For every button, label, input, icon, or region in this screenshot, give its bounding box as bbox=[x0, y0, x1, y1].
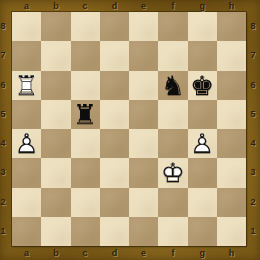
square-a4[interactable]: ♟♙ bbox=[12, 129, 41, 158]
square-e6[interactable] bbox=[129, 71, 158, 100]
file-label-top-g: g bbox=[188, 0, 217, 12]
rank-label-left-5: 5 bbox=[0, 100, 8, 129]
square-a2[interactable] bbox=[12, 188, 41, 217]
rank-label-left-7: 7 bbox=[0, 41, 8, 70]
square-d1[interactable] bbox=[100, 217, 129, 246]
square-b5[interactable] bbox=[41, 100, 70, 129]
square-f2[interactable] bbox=[158, 188, 187, 217]
square-c8[interactable] bbox=[71, 12, 100, 41]
piece-white-pawn[interactable]: ♟♙ bbox=[12, 129, 41, 158]
square-b4[interactable] bbox=[41, 129, 70, 158]
rank-label-right-3: 3 bbox=[246, 158, 260, 187]
square-c1[interactable] bbox=[71, 217, 100, 246]
rank-label-left-2: 2 bbox=[0, 188, 8, 217]
rank-label-right-2: 2 bbox=[246, 188, 260, 217]
file-label-top-a: a bbox=[12, 0, 41, 12]
rank-label-right-4: 4 bbox=[246, 129, 260, 158]
square-b2[interactable] bbox=[41, 188, 70, 217]
square-f5[interactable] bbox=[158, 100, 187, 129]
square-c6[interactable] bbox=[71, 71, 100, 100]
square-e3[interactable] bbox=[129, 158, 158, 187]
rank-label-left-8: 8 bbox=[0, 12, 8, 41]
square-a3[interactable] bbox=[12, 158, 41, 187]
square-g4[interactable]: ♟♙ bbox=[188, 129, 217, 158]
square-h2[interactable] bbox=[217, 188, 246, 217]
rank-label-left-1: 1 bbox=[0, 217, 8, 246]
white-king-outline-glyph: ♔ bbox=[158, 158, 187, 187]
square-e5[interactable] bbox=[129, 100, 158, 129]
file-label-bottom-f: f bbox=[158, 246, 187, 260]
rank-label-right-8: 8 bbox=[246, 12, 260, 41]
square-d4[interactable] bbox=[100, 129, 129, 158]
file-label-top-c: c bbox=[71, 0, 100, 12]
square-g5[interactable] bbox=[188, 100, 217, 129]
square-h4[interactable] bbox=[217, 129, 246, 158]
piece-black-rook[interactable]: ♜ bbox=[71, 100, 100, 129]
file-label-top-f: f bbox=[158, 0, 187, 12]
square-f4[interactable] bbox=[158, 129, 187, 158]
file-label-bottom-c: c bbox=[71, 246, 100, 260]
file-label-top-b: b bbox=[41, 0, 70, 12]
square-e1[interactable] bbox=[129, 217, 158, 246]
square-h6[interactable] bbox=[217, 71, 246, 100]
rank-label-left-4: 4 bbox=[0, 129, 8, 158]
rank-label-right-6: 6 bbox=[246, 71, 260, 100]
square-f3[interactable]: ♚♔ bbox=[158, 158, 187, 187]
square-h8[interactable] bbox=[217, 12, 246, 41]
square-a5[interactable] bbox=[12, 100, 41, 129]
square-g6[interactable]: ♚ bbox=[188, 71, 217, 100]
square-c5[interactable]: ♜ bbox=[71, 100, 100, 129]
file-label-top-d: d bbox=[100, 0, 129, 12]
square-g3[interactable] bbox=[188, 158, 217, 187]
square-f7[interactable] bbox=[158, 41, 187, 70]
square-h3[interactable] bbox=[217, 158, 246, 187]
rank-label-right-7: 7 bbox=[246, 41, 260, 70]
square-d6[interactable] bbox=[100, 71, 129, 100]
square-d7[interactable] bbox=[100, 41, 129, 70]
black-rook-glyph: ♜ bbox=[71, 100, 100, 129]
square-c3[interactable] bbox=[71, 158, 100, 187]
square-b7[interactable] bbox=[41, 41, 70, 70]
square-g1[interactable] bbox=[188, 217, 217, 246]
square-e7[interactable] bbox=[129, 41, 158, 70]
file-label-bottom-g: g bbox=[188, 246, 217, 260]
piece-black-king[interactable]: ♚ bbox=[188, 71, 217, 100]
white-pawn-outline-glyph: ♙ bbox=[12, 129, 41, 158]
square-b3[interactable] bbox=[41, 158, 70, 187]
square-f1[interactable] bbox=[158, 217, 187, 246]
square-h7[interactable] bbox=[217, 41, 246, 70]
square-h5[interactable] bbox=[217, 100, 246, 129]
square-c4[interactable] bbox=[71, 129, 100, 158]
square-e2[interactable] bbox=[129, 188, 158, 217]
square-h1[interactable] bbox=[217, 217, 246, 246]
square-e4[interactable] bbox=[129, 129, 158, 158]
white-rook-outline-glyph: ♖ bbox=[12, 71, 41, 100]
square-e8[interactable] bbox=[129, 12, 158, 41]
file-label-bottom-e: e bbox=[129, 246, 158, 260]
square-g7[interactable] bbox=[188, 41, 217, 70]
square-d2[interactable] bbox=[100, 188, 129, 217]
white-pawn-outline-glyph: ♙ bbox=[188, 129, 217, 158]
file-label-bottom-h: h bbox=[217, 246, 246, 260]
square-d8[interactable] bbox=[100, 12, 129, 41]
file-label-top-h: h bbox=[217, 0, 246, 12]
black-king-glyph: ♚ bbox=[188, 71, 217, 100]
file-label-bottom-a: a bbox=[12, 246, 41, 260]
square-f8[interactable] bbox=[158, 12, 187, 41]
file-label-top-e: e bbox=[129, 0, 158, 12]
square-c7[interactable] bbox=[71, 41, 100, 70]
square-d3[interactable] bbox=[100, 158, 129, 187]
square-a1[interactable] bbox=[12, 217, 41, 246]
piece-white-king[interactable]: ♚♔ bbox=[158, 158, 187, 187]
square-a8[interactable] bbox=[12, 12, 41, 41]
rank-label-left-6: 6 bbox=[0, 71, 8, 100]
black-knight-glyph: ♞ bbox=[158, 71, 187, 100]
square-b8[interactable] bbox=[41, 12, 70, 41]
square-a7[interactable] bbox=[12, 41, 41, 70]
square-f6[interactable]: ♞ bbox=[158, 71, 187, 100]
file-label-bottom-b: b bbox=[41, 246, 70, 260]
square-g2[interactable] bbox=[188, 188, 217, 217]
square-d5[interactable] bbox=[100, 100, 129, 129]
chess-board: ♜♖♞♚♜♟♙♟♙♚♔ bbox=[12, 12, 246, 246]
square-a6[interactable]: ♜♖ bbox=[12, 71, 41, 100]
rank-label-right-1: 1 bbox=[246, 217, 260, 246]
square-b6[interactable] bbox=[41, 71, 70, 100]
board-frame: ♜♖♞♚♜♟♙♟♙♚♔ aa88bb77cc66dd55ee44ff33gg22… bbox=[0, 0, 260, 260]
square-c2[interactable] bbox=[71, 188, 100, 217]
square-b1[interactable] bbox=[41, 217, 70, 246]
piece-white-pawn[interactable]: ♟♙ bbox=[188, 129, 217, 158]
square-g8[interactable] bbox=[188, 12, 217, 41]
rank-label-right-5: 5 bbox=[246, 100, 260, 129]
piece-black-knight[interactable]: ♞ bbox=[158, 71, 187, 100]
rank-label-left-3: 3 bbox=[0, 158, 8, 187]
file-label-bottom-d: d bbox=[100, 246, 129, 260]
piece-white-rook[interactable]: ♜♖ bbox=[12, 71, 41, 100]
